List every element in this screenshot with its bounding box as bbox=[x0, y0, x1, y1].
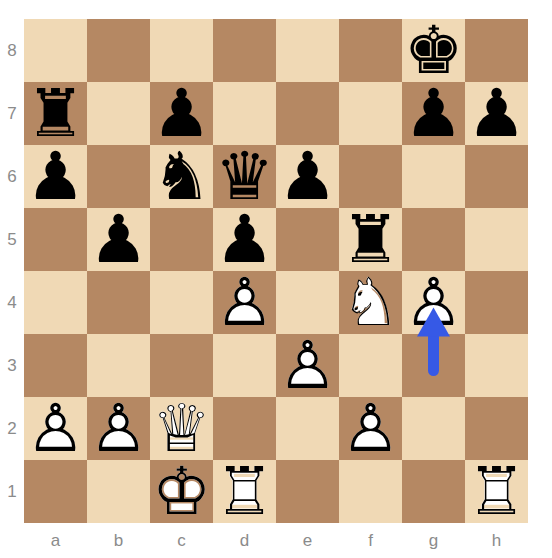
square-c4[interactable] bbox=[150, 271, 213, 334]
piece-outline: ♘ bbox=[341, 264, 400, 341]
square-b7[interactable] bbox=[87, 82, 150, 145]
black-pawn[interactable]: ♟ bbox=[465, 82, 528, 145]
square-a7[interactable]: ♜ bbox=[24, 82, 87, 145]
square-g2[interactable] bbox=[402, 397, 465, 460]
file-labels: abcdefgh bbox=[24, 523, 528, 558]
rank-label-1: 1 bbox=[0, 460, 24, 523]
square-b1[interactable] bbox=[87, 460, 150, 523]
file-label-a: a bbox=[24, 523, 87, 558]
square-g1[interactable] bbox=[402, 460, 465, 523]
square-f1[interactable] bbox=[339, 460, 402, 523]
square-c1[interactable]: ♚♔ bbox=[150, 460, 213, 523]
square-g8[interactable]: ♚ bbox=[402, 19, 465, 82]
white-rook[interactable]: ♜♖ bbox=[213, 460, 276, 523]
square-b3[interactable] bbox=[87, 334, 150, 397]
white-pawn[interactable]: ♟♙ bbox=[402, 271, 465, 334]
square-c7[interactable]: ♟ bbox=[150, 82, 213, 145]
square-d2[interactable] bbox=[213, 397, 276, 460]
square-c3[interactable] bbox=[150, 334, 213, 397]
black-pawn[interactable]: ♟ bbox=[24, 145, 87, 208]
square-b8[interactable] bbox=[87, 19, 150, 82]
square-b5[interactable]: ♟ bbox=[87, 208, 150, 271]
rank-label-2: 2 bbox=[0, 397, 24, 460]
square-f3[interactable] bbox=[339, 334, 402, 397]
square-e3[interactable]: ♟♙ bbox=[276, 334, 339, 397]
white-king[interactable]: ♚♔ bbox=[150, 460, 213, 523]
board: ♚♜♟♟♟♟♞♛♟♟♟♜♟♙♞♘♟♙♟♙♟♙♟♙♛♕♟♙♚♔♜♖♜♖ bbox=[24, 19, 528, 523]
square-d7[interactable] bbox=[213, 82, 276, 145]
square-f8[interactable] bbox=[339, 19, 402, 82]
rank-label-8: 8 bbox=[0, 19, 24, 82]
square-h1[interactable]: ♜♖ bbox=[465, 460, 528, 523]
white-pawn[interactable]: ♟♙ bbox=[24, 397, 87, 460]
square-e7[interactable] bbox=[276, 82, 339, 145]
square-f2[interactable]: ♟♙ bbox=[339, 397, 402, 460]
piece-outline: ♖ bbox=[215, 453, 274, 530]
square-b6[interactable] bbox=[87, 145, 150, 208]
file-label-f: f bbox=[339, 523, 402, 558]
square-c8[interactable] bbox=[150, 19, 213, 82]
square-a8[interactable] bbox=[24, 19, 87, 82]
rank-label-5: 5 bbox=[0, 208, 24, 271]
square-d8[interactable] bbox=[213, 19, 276, 82]
piece-outline: ♙ bbox=[215, 264, 274, 341]
square-f4[interactable]: ♞♘ bbox=[339, 271, 402, 334]
square-h5[interactable] bbox=[465, 208, 528, 271]
square-h4[interactable] bbox=[465, 271, 528, 334]
square-d6[interactable]: ♛ bbox=[213, 145, 276, 208]
square-d4[interactable]: ♟♙ bbox=[213, 271, 276, 334]
black-pawn[interactable]: ♟ bbox=[213, 208, 276, 271]
square-e4[interactable] bbox=[276, 271, 339, 334]
white-rook[interactable]: ♜♖ bbox=[465, 460, 528, 523]
square-a5[interactable] bbox=[24, 208, 87, 271]
white-queen[interactable]: ♛♕ bbox=[150, 397, 213, 460]
file-label-d: d bbox=[213, 523, 276, 558]
rank-label-4: 4 bbox=[0, 271, 24, 334]
square-d3[interactable] bbox=[213, 334, 276, 397]
square-c5[interactable] bbox=[150, 208, 213, 271]
black-pawn[interactable]: ♟ bbox=[276, 145, 339, 208]
black-queen[interactable]: ♛ bbox=[213, 145, 276, 208]
square-c6[interactable]: ♞ bbox=[150, 145, 213, 208]
file-label-g: g bbox=[402, 523, 465, 558]
square-h6[interactable] bbox=[465, 145, 528, 208]
square-a1[interactable] bbox=[24, 460, 87, 523]
white-pawn[interactable]: ♟♙ bbox=[87, 397, 150, 460]
square-c2[interactable]: ♛♕ bbox=[150, 397, 213, 460]
square-g3[interactable] bbox=[402, 334, 465, 397]
square-b2[interactable]: ♟♙ bbox=[87, 397, 150, 460]
square-e2[interactable] bbox=[276, 397, 339, 460]
rank-label-7: 7 bbox=[0, 82, 24, 145]
black-pawn[interactable]: ♟ bbox=[150, 82, 213, 145]
square-a3[interactable] bbox=[24, 334, 87, 397]
square-g4[interactable]: ♟♙ bbox=[402, 271, 465, 334]
piece-outline: ♙ bbox=[26, 390, 85, 467]
square-g7[interactable]: ♟ bbox=[402, 82, 465, 145]
piece-outline: ♙ bbox=[404, 264, 463, 341]
square-f5[interactable]: ♜ bbox=[339, 208, 402, 271]
rank-labels: 87654321 bbox=[0, 19, 24, 523]
white-pawn[interactable]: ♟♙ bbox=[339, 397, 402, 460]
square-a2[interactable]: ♟♙ bbox=[24, 397, 87, 460]
black-pawn[interactable]: ♟ bbox=[87, 208, 150, 271]
file-label-e: e bbox=[276, 523, 339, 558]
file-label-c: c bbox=[150, 523, 213, 558]
rank-label-6: 6 bbox=[0, 145, 24, 208]
file-label-h: h bbox=[465, 523, 528, 558]
piece-outline: ♙ bbox=[278, 327, 337, 404]
square-d5[interactable]: ♟ bbox=[213, 208, 276, 271]
black-king[interactable]: ♚ bbox=[402, 19, 465, 82]
square-h7[interactable]: ♟ bbox=[465, 82, 528, 145]
black-rook[interactable]: ♜ bbox=[24, 82, 87, 145]
square-h8[interactable] bbox=[465, 19, 528, 82]
square-g6[interactable] bbox=[402, 145, 465, 208]
piece-outline: ♙ bbox=[341, 390, 400, 467]
rank-label-3: 3 bbox=[0, 334, 24, 397]
square-e1[interactable] bbox=[276, 460, 339, 523]
piece-outline: ♙ bbox=[89, 390, 148, 467]
square-f7[interactable] bbox=[339, 82, 402, 145]
black-pawn[interactable]: ♟ bbox=[402, 82, 465, 145]
square-e6[interactable]: ♟ bbox=[276, 145, 339, 208]
square-h3[interactable] bbox=[465, 334, 528, 397]
square-d1[interactable]: ♜♖ bbox=[213, 460, 276, 523]
chess-board-page: 87654321 ♚♜♟♟♟♟♞♛♟♟♟♜♟♙♞♘♟♙♟♙♟♙♟♙♛♕♟♙♚♔♜… bbox=[0, 0, 552, 558]
black-rook[interactable]: ♜ bbox=[339, 208, 402, 271]
square-e8[interactable] bbox=[276, 19, 339, 82]
piece-outline: ♖ bbox=[467, 453, 526, 530]
square-f6[interactable] bbox=[339, 145, 402, 208]
white-pawn[interactable]: ♟♙ bbox=[276, 334, 339, 397]
white-knight[interactable]: ♞♘ bbox=[339, 271, 402, 334]
square-b4[interactable] bbox=[87, 271, 150, 334]
square-a4[interactable] bbox=[24, 271, 87, 334]
piece-outline: ♔ bbox=[152, 453, 211, 530]
square-a6[interactable]: ♟ bbox=[24, 145, 87, 208]
black-knight[interactable]: ♞ bbox=[150, 145, 213, 208]
file-label-b: b bbox=[87, 523, 150, 558]
square-g5[interactable] bbox=[402, 208, 465, 271]
square-h2[interactable] bbox=[465, 397, 528, 460]
white-pawn[interactable]: ♟♙ bbox=[213, 271, 276, 334]
square-e5[interactable] bbox=[276, 208, 339, 271]
